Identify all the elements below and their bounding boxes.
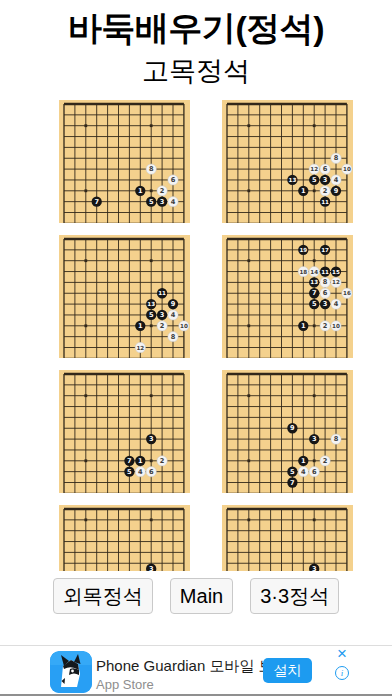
hoshi-point	[84, 394, 87, 397]
svg-text:17: 17	[321, 247, 329, 253]
hoshi-point	[247, 459, 250, 462]
svg-text:6: 6	[312, 468, 317, 476]
board-7[interactable]: 3	[59, 505, 190, 571]
svg-text:7: 7	[127, 457, 132, 465]
svg-text:3: 3	[149, 565, 154, 571]
stone-black-3: 3	[309, 434, 319, 444]
svg-text:5: 5	[149, 198, 154, 206]
svg-text:14: 14	[310, 269, 318, 275]
svg-text:5: 5	[312, 176, 317, 184]
stone-black-13: 13	[287, 175, 297, 185]
svg-text:8: 8	[171, 333, 176, 341]
hoshi-point	[84, 124, 87, 127]
svg-text:18: 18	[299, 269, 307, 275]
svg-text:6: 6	[323, 165, 328, 173]
svg-text:3: 3	[160, 198, 165, 206]
svg-text:10: 10	[332, 323, 340, 329]
svg-text:11: 11	[321, 269, 329, 275]
nav-button-main[interactable]: Main	[170, 578, 233, 614]
hoshi-point	[313, 124, 316, 127]
hoshi-point	[247, 394, 250, 397]
nav-button-3-3-joseki[interactable]: 3·3정석	[250, 578, 339, 614]
hoshi-point	[313, 518, 316, 521]
nav-button-outside-star-joseki[interactable]: 외목정석	[53, 578, 153, 614]
stone-white-4: 4	[168, 310, 178, 320]
hoshi-point	[150, 124, 153, 127]
svg-text:19: 19	[299, 247, 307, 253]
board-3[interactable]: 123458910111213	[59, 235, 190, 358]
hoshi-point	[150, 518, 153, 521]
stone-white-2: 2	[320, 321, 330, 331]
stone-white-6: 6	[320, 288, 330, 298]
stone-black-3: 3	[320, 299, 330, 309]
stone-white-2: 2	[320, 456, 330, 466]
stone-black-1: 1	[298, 186, 308, 196]
stone-black-7: 7	[309, 288, 319, 298]
svg-text:16: 16	[343, 290, 351, 296]
stone-black-15: 15	[331, 266, 341, 276]
svg-text:10: 10	[180, 323, 188, 329]
ad-banner[interactable]: Phone Guardian 모바일 보안 App Store 설치 × i	[0, 645, 392, 696]
hoshi-point	[150, 459, 153, 462]
ad-app-name: Phone Guardian 모바일 보안	[96, 657, 289, 676]
stone-white-16: 16	[342, 288, 352, 298]
svg-text:11: 11	[321, 199, 329, 205]
husky-dog-app-icon[interactable]	[50, 651, 92, 693]
hoshi-point	[150, 394, 153, 397]
stone-white-8: 8	[331, 434, 341, 444]
svg-text:6: 6	[323, 289, 328, 297]
hoshi-point	[313, 189, 316, 192]
hoshi-point	[150, 189, 153, 192]
hoshi-point	[313, 394, 316, 397]
svg-text:4: 4	[171, 311, 176, 319]
svg-text:2: 2	[323, 322, 328, 330]
board-1[interactable]: 12345678	[59, 100, 190, 223]
svg-text:10: 10	[343, 166, 351, 172]
stone-white-6: 6	[146, 467, 156, 477]
stone-black-17: 17	[320, 245, 330, 255]
svg-text:7: 7	[312, 289, 317, 297]
stone-white-4: 4	[331, 175, 341, 185]
svg-text:12: 12	[310, 166, 318, 172]
svg-text:2: 2	[160, 457, 165, 465]
svg-text:4: 4	[334, 300, 339, 308]
stone-white-2: 2	[157, 186, 167, 196]
svg-text:9: 9	[334, 187, 339, 195]
install-button[interactable]: 설치	[263, 658, 312, 683]
stone-black-9: 9	[331, 186, 341, 196]
page-subtitle: 고목정석	[0, 53, 392, 89]
stone-black-1: 1	[135, 186, 145, 196]
stone-white-4: 4	[168, 197, 178, 207]
stone-white-6: 6	[320, 164, 330, 174]
hoshi-point	[84, 189, 87, 192]
stone-black-1: 1	[298, 321, 308, 331]
stone-black-13: 13	[309, 277, 319, 287]
board-4[interactable]: 1234567810111213141516171819	[222, 235, 353, 358]
svg-text:13: 13	[147, 301, 155, 307]
svg-text:7: 7	[290, 479, 295, 487]
stone-black-5: 5	[309, 175, 319, 185]
svg-text:3: 3	[312, 565, 317, 571]
svg-text:12: 12	[136, 345, 144, 351]
hoshi-point	[247, 259, 250, 262]
hoshi-point	[247, 324, 250, 327]
svg-text:8: 8	[323, 278, 328, 286]
stone-white-14: 14	[309, 266, 319, 276]
stone-black-7: 7	[124, 456, 134, 466]
board-5[interactable]: 1234567	[59, 370, 190, 493]
hoshi-point	[247, 124, 250, 127]
stone-white-4: 4	[135, 467, 145, 477]
stone-white-2: 2	[157, 321, 167, 331]
hoshi-point	[84, 259, 87, 262]
svg-text:5: 5	[290, 468, 295, 476]
svg-text:8: 8	[334, 154, 339, 162]
stone-black-1: 1	[135, 321, 145, 331]
stone-black-5: 5	[146, 197, 156, 207]
stone-black-5: 5	[146, 310, 156, 320]
stone-white-10: 10	[331, 321, 341, 331]
stone-white-12: 12	[309, 164, 319, 174]
svg-text:15: 15	[332, 269, 340, 275]
board-6[interactable]: 123456789	[222, 370, 353, 493]
app-screen: 바둑배우기(정석) 고목정석 1234567812345689101112131…	[0, 0, 392, 696]
hoshi-point	[84, 459, 87, 462]
hoshi-point	[313, 259, 316, 262]
stone-white-6: 6	[168, 175, 178, 185]
stone-black-11: 11	[157, 288, 167, 298]
svg-text:1: 1	[138, 457, 143, 465]
svg-text:2: 2	[323, 187, 328, 195]
stone-black-13: 13	[146, 299, 156, 309]
svg-text:4: 4	[301, 468, 306, 476]
stone-black-3: 3	[320, 175, 330, 185]
svg-text:3: 3	[323, 176, 328, 184]
svg-text:9: 9	[290, 424, 295, 432]
ad-store-label: App Store	[96, 677, 154, 692]
stone-white-2: 2	[320, 186, 330, 196]
stone-white-8: 8	[331, 153, 341, 163]
stone-black-5: 5	[124, 467, 134, 477]
svg-text:5: 5	[127, 468, 132, 476]
stone-white-4: 4	[298, 467, 308, 477]
stone-black-5: 5	[309, 299, 319, 309]
svg-text:3: 3	[323, 300, 328, 308]
stone-white-8: 8	[146, 164, 156, 174]
stone-white-12: 12	[135, 342, 145, 352]
svg-text:13: 13	[310, 279, 318, 285]
stone-black-3: 3	[146, 434, 156, 444]
svg-text:5: 5	[149, 311, 154, 319]
svg-text:2: 2	[323, 457, 328, 465]
svg-text:1: 1	[301, 187, 306, 195]
svg-text:1: 1	[301, 457, 306, 465]
svg-text:3: 3	[312, 435, 317, 443]
stone-white-8: 8	[168, 332, 178, 342]
svg-text:2: 2	[160, 187, 165, 195]
svg-text:4: 4	[171, 198, 176, 206]
svg-text:4: 4	[138, 468, 143, 476]
stone-white-4: 4	[331, 299, 341, 309]
stone-white-6: 6	[309, 467, 319, 477]
stone-white-10: 10	[179, 321, 189, 331]
stone-white-10: 10	[342, 164, 352, 174]
ad-info-icon[interactable]: i	[335, 666, 349, 680]
hoshi-point	[84, 324, 87, 327]
svg-text:13: 13	[289, 177, 297, 183]
stone-black-7: 7	[92, 197, 102, 207]
board-8[interactable]: 3	[222, 505, 353, 571]
svg-text:1: 1	[138, 322, 143, 330]
svg-text:1: 1	[138, 187, 143, 195]
stone-white-8: 8	[320, 277, 330, 287]
hoshi-point	[247, 189, 250, 192]
stone-black-7: 7	[287, 477, 297, 487]
hoshi-point	[313, 459, 316, 462]
svg-text:12: 12	[332, 279, 340, 285]
svg-text:9: 9	[171, 300, 176, 308]
stone-black-1: 1	[298, 456, 308, 466]
svg-text:1: 1	[301, 322, 306, 330]
svg-text:6: 6	[149, 468, 154, 476]
bottom-nav: 외목정석 Main 3·3정석	[0, 578, 392, 614]
svg-text:2: 2	[160, 322, 165, 330]
svg-text:5: 5	[312, 300, 317, 308]
svg-text:3: 3	[149, 435, 154, 443]
stone-white-12: 12	[331, 277, 341, 287]
hoshi-point	[313, 324, 316, 327]
svg-text:3: 3	[160, 311, 165, 319]
svg-text:8: 8	[149, 165, 154, 173]
ad-close-icon[interactable]: ×	[334, 646, 350, 662]
stone-white-2: 2	[157, 456, 167, 466]
hoshi-point	[84, 518, 87, 521]
stone-black-11: 11	[320, 197, 330, 207]
stone-black-1: 1	[135, 456, 145, 466]
svg-text:11: 11	[158, 290, 166, 296]
hoshi-point	[150, 259, 153, 262]
page-title: 바둑배우기(정석)	[0, 6, 392, 52]
svg-text:4: 4	[334, 176, 339, 184]
stone-black-11: 11	[320, 266, 330, 276]
stone-white-18: 18	[298, 266, 308, 276]
stone-black-9: 9	[168, 299, 178, 309]
stone-black-3: 3	[157, 310, 167, 320]
svg-text:7: 7	[94, 198, 99, 206]
hoshi-point	[150, 324, 153, 327]
board-2[interactable]: 1234568910111213	[222, 100, 353, 223]
stone-black-19: 19	[298, 245, 308, 255]
hoshi-point	[247, 518, 250, 521]
stone-black-5: 5	[287, 467, 297, 477]
svg-text:8: 8	[334, 435, 339, 443]
stone-black-3: 3	[157, 197, 167, 207]
svg-text:6: 6	[171, 176, 176, 184]
stone-black-9: 9	[287, 423, 297, 433]
